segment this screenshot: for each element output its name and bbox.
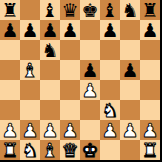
square-e5[interactable]: ♟ <box>80 60 100 80</box>
square-h3[interactable] <box>140 100 160 120</box>
square-g2[interactable]: ♟ <box>120 120 140 140</box>
square-d7[interactable]: ♟ <box>60 20 80 40</box>
square-f3[interactable]: ♞ <box>100 100 120 120</box>
square-g7[interactable] <box>120 20 140 40</box>
square-d4[interactable] <box>60 80 80 100</box>
piece-black-king: ♚ <box>81 0 98 20</box>
square-e4[interactable]: ♟ <box>80 80 100 100</box>
piece-black-pawn: ♟ <box>101 20 118 40</box>
square-g4[interactable] <box>120 80 140 100</box>
square-c8[interactable]: ♝ <box>40 0 60 20</box>
piece-white-rook: ♜ <box>141 140 158 160</box>
square-c2[interactable]: ♟ <box>40 120 60 140</box>
piece-white-knight: ♞ <box>101 100 118 120</box>
piece-white-pawn: ♟ <box>141 120 158 140</box>
square-d1[interactable]: ♛ <box>60 140 80 160</box>
piece-black-queen: ♛ <box>61 0 78 20</box>
piece-white-rook: ♜ <box>1 140 18 160</box>
square-b8[interactable] <box>20 0 40 20</box>
square-c6[interactable]: ♞ <box>40 40 60 60</box>
piece-white-king: ♚ <box>81 140 98 160</box>
square-a1[interactable]: ♜ <box>0 140 20 160</box>
piece-black-pawn: ♟ <box>141 20 158 40</box>
square-a5[interactable] <box>0 60 20 80</box>
square-f5[interactable] <box>100 60 120 80</box>
square-a6[interactable] <box>0 40 20 60</box>
square-c7[interactable]: ♟ <box>40 20 60 40</box>
piece-black-pawn: ♟ <box>1 20 18 40</box>
square-a7[interactable]: ♟ <box>0 20 20 40</box>
piece-black-pawn: ♟ <box>21 20 38 40</box>
square-f8[interactable]: ♝ <box>100 0 120 20</box>
square-g8[interactable]: ♞ <box>120 0 140 20</box>
square-b6[interactable] <box>20 40 40 60</box>
square-h6[interactable] <box>140 40 160 60</box>
piece-white-bishop: ♝ <box>21 60 38 80</box>
piece-black-pawn: ♟ <box>41 20 58 40</box>
square-g3[interactable] <box>120 100 140 120</box>
square-b3[interactable] <box>20 100 40 120</box>
piece-white-pawn: ♟ <box>61 120 78 140</box>
square-a8[interactable]: ♜ <box>0 0 20 20</box>
square-d3[interactable] <box>60 100 80 120</box>
square-e2[interactable] <box>80 120 100 140</box>
square-b4[interactable] <box>20 80 40 100</box>
chess-board: ♜♝♛♚♝♞♜♟♟♟♟♟♟♞♝♟♟♟♞♟♟♟♟♟♟♟♜♞♝♛♚♜ <box>0 0 160 160</box>
square-c5[interactable] <box>40 60 60 80</box>
chess-board-frame: ♜♝♛♚♝♞♜♟♟♟♟♟♟♞♝♟♟♟♞♟♟♟♟♟♟♟♜♞♝♛♚♜ <box>0 0 162 162</box>
square-g6[interactable] <box>120 40 140 60</box>
piece-black-pawn: ♟ <box>81 60 98 80</box>
square-d2[interactable]: ♟ <box>60 120 80 140</box>
square-g1[interactable] <box>120 140 140 160</box>
piece-black-knight: ♞ <box>121 0 138 20</box>
piece-white-pawn: ♟ <box>1 120 18 140</box>
piece-black-pawn: ♟ <box>61 20 78 40</box>
piece-white-pawn: ♟ <box>81 80 98 100</box>
square-b2[interactable]: ♟ <box>20 120 40 140</box>
square-h8[interactable]: ♜ <box>140 0 160 20</box>
square-c3[interactable] <box>40 100 60 120</box>
square-e8[interactable]: ♚ <box>80 0 100 20</box>
square-h5[interactable] <box>140 60 160 80</box>
square-b1[interactable]: ♞ <box>20 140 40 160</box>
square-a3[interactable] <box>0 100 20 120</box>
square-f4[interactable] <box>100 80 120 100</box>
square-f7[interactable]: ♟ <box>100 20 120 40</box>
piece-black-rook: ♜ <box>141 0 158 20</box>
square-e3[interactable] <box>80 100 100 120</box>
piece-white-pawn: ♟ <box>41 120 58 140</box>
piece-black-pawn: ♟ <box>121 60 138 80</box>
square-d6[interactable] <box>60 40 80 60</box>
square-d5[interactable] <box>60 60 80 80</box>
piece-black-bishop: ♝ <box>41 0 58 20</box>
piece-white-pawn: ♟ <box>101 120 118 140</box>
square-b7[interactable]: ♟ <box>20 20 40 40</box>
square-h2[interactable]: ♟ <box>140 120 160 140</box>
square-e6[interactable] <box>80 40 100 60</box>
piece-black-rook: ♜ <box>1 0 18 20</box>
square-e1[interactable]: ♚ <box>80 140 100 160</box>
square-c1[interactable]: ♝ <box>40 140 60 160</box>
square-a2[interactable]: ♟ <box>0 120 20 140</box>
square-h7[interactable]: ♟ <box>140 20 160 40</box>
square-d8[interactable]: ♛ <box>60 0 80 20</box>
square-f1[interactable] <box>100 140 120 160</box>
square-h4[interactable] <box>140 80 160 100</box>
piece-white-pawn: ♟ <box>121 120 138 140</box>
square-f2[interactable]: ♟ <box>100 120 120 140</box>
piece-white-knight: ♞ <box>21 140 38 160</box>
square-c4[interactable] <box>40 80 60 100</box>
square-g5[interactable]: ♟ <box>120 60 140 80</box>
square-e7[interactable] <box>80 20 100 40</box>
piece-black-bishop: ♝ <box>101 0 118 20</box>
piece-white-pawn: ♟ <box>21 120 38 140</box>
square-f6[interactable] <box>100 40 120 60</box>
square-a4[interactable] <box>0 80 20 100</box>
piece-black-knight: ♞ <box>41 40 58 60</box>
square-h1[interactable]: ♜ <box>140 140 160 160</box>
square-b5[interactable]: ♝ <box>20 60 40 80</box>
piece-white-queen: ♛ <box>61 140 78 160</box>
piece-white-bishop: ♝ <box>41 140 58 160</box>
